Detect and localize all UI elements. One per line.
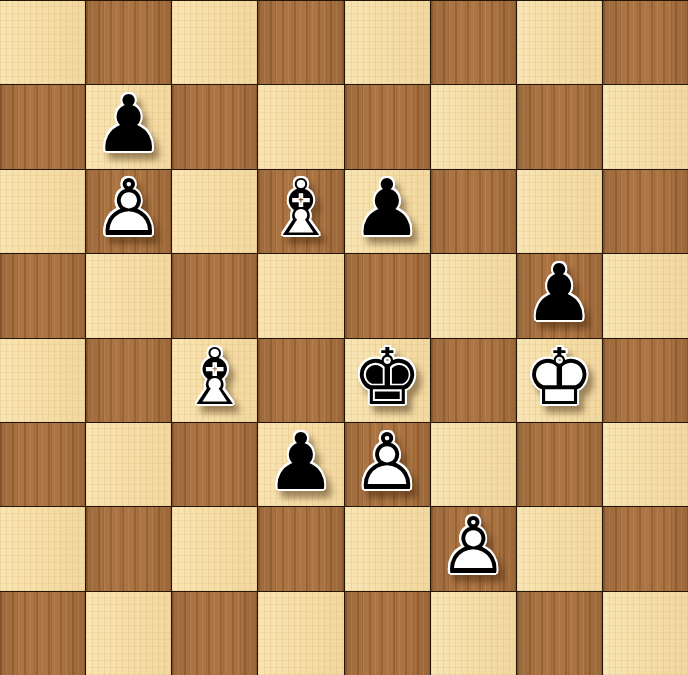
- square-g4[interactable]: ♚♔: [517, 339, 602, 422]
- square-d8[interactable]: [258, 1, 343, 84]
- square-f1[interactable]: [431, 592, 516, 675]
- black-pawn[interactable]: ♟: [517, 254, 602, 337]
- square-c2[interactable]: [172, 507, 257, 590]
- piece-fill-glyph: ♟: [86, 85, 171, 163]
- piece-outline-glyph: ♗: [172, 338, 257, 416]
- white-pawn[interactable]: ♟♙: [345, 423, 430, 506]
- square-g7[interactable]: [517, 85, 602, 168]
- square-a1[interactable]: [0, 592, 85, 675]
- square-g8[interactable]: [517, 1, 602, 84]
- square-f2[interactable]: ♟♙: [431, 507, 516, 590]
- square-a5[interactable]: [0, 254, 85, 337]
- square-h7[interactable]: [603, 85, 688, 168]
- piece-fill-glyph: ♟: [517, 254, 602, 332]
- square-f6[interactable]: [431, 170, 516, 253]
- square-e3[interactable]: ♟♙: [345, 423, 430, 506]
- square-h1[interactable]: [603, 592, 688, 675]
- piece-fill-glyph: ♟: [345, 169, 430, 247]
- white-king[interactable]: ♚♔: [517, 339, 602, 422]
- square-e6[interactable]: ♟: [345, 170, 430, 253]
- square-d1[interactable]: [258, 592, 343, 675]
- white-pawn[interactable]: ♟♙: [86, 170, 171, 253]
- square-a6[interactable]: [0, 170, 85, 253]
- square-f5[interactable]: [431, 254, 516, 337]
- square-b7[interactable]: ♟: [86, 85, 171, 168]
- square-e1[interactable]: [345, 592, 430, 675]
- piece-outline-glyph: ♙: [86, 169, 171, 247]
- black-pawn[interactable]: ♟: [258, 423, 343, 506]
- piece-outline-glyph: ♔: [517, 338, 602, 416]
- square-b3[interactable]: [86, 423, 171, 506]
- square-e2[interactable]: [345, 507, 430, 590]
- piece-outline-glyph: ♙: [431, 507, 516, 585]
- square-c3[interactable]: [172, 423, 257, 506]
- square-h6[interactable]: [603, 170, 688, 253]
- white-bishop[interactable]: ♝♗: [258, 170, 343, 253]
- square-h8[interactable]: [603, 1, 688, 84]
- piece-outline-glyph: ♙: [345, 422, 430, 500]
- square-b4[interactable]: [86, 339, 171, 422]
- square-g2[interactable]: [517, 507, 602, 590]
- square-a2[interactable]: [0, 507, 85, 590]
- square-c6[interactable]: [172, 170, 257, 253]
- square-g5[interactable]: ♟: [517, 254, 602, 337]
- black-pawn[interactable]: ♟: [345, 170, 430, 253]
- square-c7[interactable]: [172, 85, 257, 168]
- square-d2[interactable]: [258, 507, 343, 590]
- white-pawn[interactable]: ♟♙: [431, 507, 516, 590]
- square-f4[interactable]: [431, 339, 516, 422]
- square-b6[interactable]: ♟♙: [86, 170, 171, 253]
- square-d6[interactable]: ♝♗: [258, 170, 343, 253]
- square-c5[interactable]: [172, 254, 257, 337]
- square-h3[interactable]: [603, 423, 688, 506]
- square-a3[interactable]: [0, 423, 85, 506]
- black-pawn[interactable]: ♟: [86, 85, 171, 168]
- chess-board: ♟♟♙♝♗♟♟♝♗♚♚♔♟♟♙♟♙: [0, 0, 688, 675]
- black-king[interactable]: ♚: [345, 339, 430, 422]
- square-e5[interactable]: [345, 254, 430, 337]
- square-f3[interactable]: [431, 423, 516, 506]
- square-g6[interactable]: [517, 170, 602, 253]
- square-a8[interactable]: [0, 1, 85, 84]
- square-f8[interactable]: [431, 1, 516, 84]
- square-g3[interactable]: [517, 423, 602, 506]
- square-b1[interactable]: [86, 592, 171, 675]
- square-d3[interactable]: ♟: [258, 423, 343, 506]
- piece-outline-glyph: ♗: [258, 169, 343, 247]
- square-d5[interactable]: [258, 254, 343, 337]
- square-d4[interactable]: [258, 339, 343, 422]
- square-e7[interactable]: [345, 85, 430, 168]
- square-a4[interactable]: [0, 339, 85, 422]
- square-b2[interactable]: [86, 507, 171, 590]
- square-c8[interactable]: [172, 1, 257, 84]
- square-g1[interactable]: [517, 592, 602, 675]
- square-e4[interactable]: ♚: [345, 339, 430, 422]
- square-a7[interactable]: [0, 85, 85, 168]
- square-f7[interactable]: [431, 85, 516, 168]
- square-b8[interactable]: [86, 1, 171, 84]
- white-bishop[interactable]: ♝♗: [172, 339, 257, 422]
- square-b5[interactable]: [86, 254, 171, 337]
- square-c1[interactable]: [172, 592, 257, 675]
- square-c4[interactable]: ♝♗: [172, 339, 257, 422]
- square-h5[interactable]: [603, 254, 688, 337]
- square-h2[interactable]: [603, 507, 688, 590]
- square-e8[interactable]: [345, 1, 430, 84]
- piece-fill-glyph: ♟: [258, 422, 343, 500]
- square-h4[interactable]: [603, 339, 688, 422]
- piece-fill-glyph: ♚: [345, 338, 430, 416]
- square-d7[interactable]: [258, 85, 343, 168]
